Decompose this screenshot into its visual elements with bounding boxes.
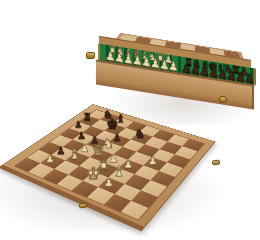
black-knight: ♞ (134, 128, 145, 140)
black-pawn: ♟ (77, 131, 86, 141)
white-bishop: ♝ (113, 164, 125, 178)
white-king: ♚ (86, 165, 101, 182)
black-pawn: ♟ (56, 145, 65, 155)
lid-hinge (86, 52, 95, 59)
white-pawn: ♟ (80, 143, 89, 153)
white-pawn: ♟ (45, 153, 55, 164)
white-queen: ♛ (92, 144, 105, 159)
black-rook: ♜ (82, 112, 92, 123)
chess-set-photo: ♜♞♝♛♝♞♜♟ ♜♞♝♚♝♞♜♟ ♟♟♟♟♟♟♟♟ ♟♟♟♟♟♟♟♟ ♞♝♜♚… (0, 0, 260, 240)
box-side-latch (219, 96, 227, 103)
black-pawn: ♟ (113, 133, 122, 143)
white-pawn: ♟ (148, 155, 158, 166)
black-king: ♚ (106, 117, 119, 131)
white-bishop: ♝ (69, 148, 81, 161)
white-pawn: ♟ (103, 176, 113, 188)
black-pawn: ♟ (74, 120, 82, 129)
